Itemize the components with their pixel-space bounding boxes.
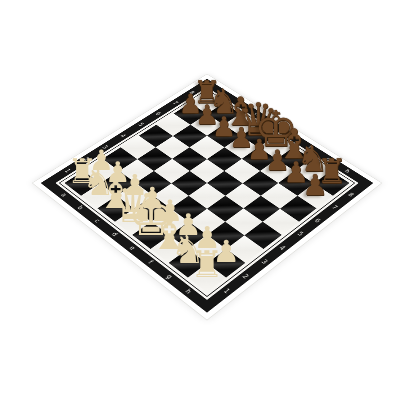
piece-white-rook[interactable]: ♜ — [178, 247, 236, 284]
product-photo-canvas: abcdefgh abcdefgh 87654321 87654321 ♜♞♝♛… — [0, 0, 400, 400]
piece-black-pawn[interactable]: ♟ — [288, 171, 342, 200]
